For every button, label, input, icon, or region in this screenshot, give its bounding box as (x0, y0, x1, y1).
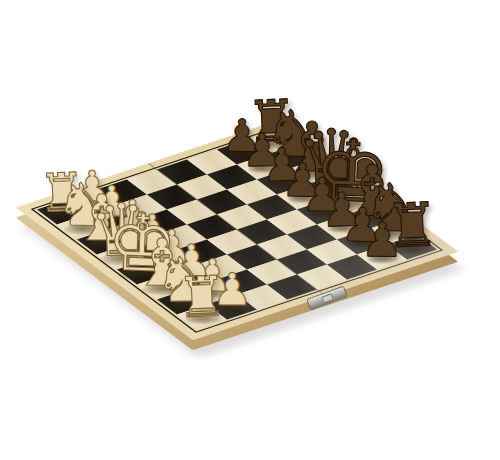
piece-white-rook-h1: ♜ (176, 268, 228, 326)
piece-black-pawn-h7: ♟ (360, 216, 403, 264)
chess-set-photo: ♜♟♞♟♝♟♛♟♚♟♟♜♝♟♟♞♞♟♟♝♜♟♟♛♟♚♟♝♟♞♟♜ (0, 0, 500, 460)
clasp-knob (321, 293, 334, 303)
